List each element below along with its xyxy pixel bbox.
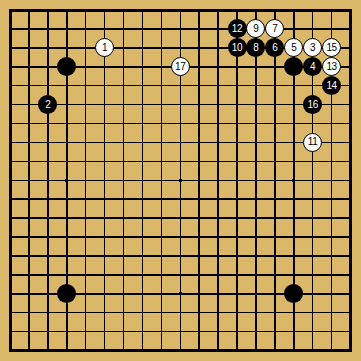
white-stone-9: 9 (246, 19, 265, 38)
star-point (179, 292, 182, 295)
grid-line-horizontal (9, 331, 353, 333)
black-stone-16: 16 (303, 95, 322, 114)
white-stone-7: 7 (265, 19, 284, 38)
black-stone-2: 2 (38, 95, 57, 114)
grid-line-horizontal (9, 198, 353, 200)
black-stone-4: 4 (303, 57, 322, 76)
grid-line-horizontal (9, 217, 353, 219)
black-stone-10: 10 (228, 38, 247, 57)
white-stone-15: 15 (322, 38, 341, 57)
black-stone-handicap (57, 284, 76, 303)
white-stone-5: 5 (284, 38, 303, 57)
black-stone-12: 12 (228, 19, 247, 38)
grid-line-horizontal (9, 236, 353, 238)
grid-line-vertical (217, 9, 219, 353)
grid-line-vertical (255, 9, 257, 353)
white-stone-13: 13 (322, 57, 341, 76)
white-stone-1: 1 (95, 38, 114, 57)
grid-line-vertical (198, 9, 200, 353)
go-board[interactable]: 1234567891011121314151617 (0, 0, 361, 361)
black-stone-8: 8 (246, 38, 265, 57)
black-stone-handicap (284, 57, 303, 76)
grid-line-horizontal (9, 255, 353, 257)
black-stone-6: 6 (265, 38, 284, 57)
grid-line-horizontal (9, 274, 353, 276)
white-stone-11: 11 (303, 133, 322, 152)
star-point (292, 179, 295, 182)
white-stone-3: 3 (303, 38, 322, 57)
black-stone-14: 14 (322, 76, 341, 95)
black-stone-handicap (57, 57, 76, 76)
grid-line-vertical (274, 9, 276, 353)
star-point (65, 179, 68, 182)
star-point (179, 179, 182, 182)
grid-line-horizontal (9, 349, 353, 352)
grid-line-horizontal (9, 312, 353, 314)
black-stone-handicap (284, 284, 303, 303)
grid-line-vertical (349, 9, 352, 353)
white-stone-17: 17 (171, 57, 190, 76)
grid-line-vertical (236, 9, 238, 353)
